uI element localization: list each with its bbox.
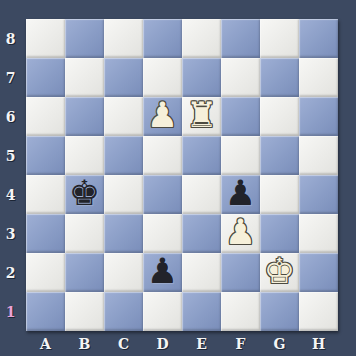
square-e5[interactable] [182, 136, 221, 175]
file-label-g: G [260, 331, 299, 356]
file-label-h: H [299, 331, 338, 356]
square-f3[interactable]: ♟ [221, 214, 260, 253]
square-g5[interactable] [260, 136, 299, 175]
black-pawn[interactable]: ♟ [147, 254, 178, 289]
square-e4[interactable] [182, 175, 221, 214]
chess-board: ♟♜♚♟♟♟♚ [26, 19, 338, 331]
square-g7[interactable] [260, 58, 299, 97]
rank-label-6: 6 [0, 97, 26, 136]
square-g4[interactable] [260, 175, 299, 214]
square-d3[interactable] [143, 214, 182, 253]
square-b4[interactable]: ♚ [65, 175, 104, 214]
square-f5[interactable] [221, 136, 260, 175]
white-pawn[interactable]: ♟ [225, 215, 256, 250]
square-g2[interactable]: ♚ [260, 253, 299, 292]
file-label-d: D [143, 331, 182, 356]
rank-labels: 87654321 [0, 19, 26, 331]
square-h1[interactable] [299, 292, 338, 331]
square-d8[interactable] [143, 19, 182, 58]
square-e6[interactable]: ♜ [182, 97, 221, 136]
square-h7[interactable] [299, 58, 338, 97]
rank-label-8: 8 [0, 19, 26, 58]
square-h6[interactable] [299, 97, 338, 136]
square-h4[interactable] [299, 175, 338, 214]
square-a4[interactable] [26, 175, 65, 214]
square-d1[interactable] [143, 292, 182, 331]
square-e2[interactable] [182, 253, 221, 292]
square-c6[interactable] [104, 97, 143, 136]
square-b1[interactable] [65, 292, 104, 331]
file-label-c: C [104, 331, 143, 356]
file-label-e: E [182, 331, 221, 356]
square-g3[interactable] [260, 214, 299, 253]
square-c4[interactable] [104, 175, 143, 214]
square-h5[interactable] [299, 136, 338, 175]
square-c3[interactable] [104, 214, 143, 253]
rank-label-2: 2 [0, 253, 26, 292]
square-g6[interactable] [260, 97, 299, 136]
square-e7[interactable] [182, 58, 221, 97]
square-h8[interactable] [299, 19, 338, 58]
square-a1[interactable] [26, 292, 65, 331]
square-b8[interactable] [65, 19, 104, 58]
rank-label-5: 5 [0, 136, 26, 175]
square-f2[interactable] [221, 253, 260, 292]
square-e1[interactable] [182, 292, 221, 331]
square-f4[interactable]: ♟ [221, 175, 260, 214]
black-king[interactable]: ♚ [69, 176, 100, 211]
square-f6[interactable] [221, 97, 260, 136]
square-b5[interactable] [65, 136, 104, 175]
square-e8[interactable] [182, 19, 221, 58]
file-label-f: F [221, 331, 260, 356]
square-a6[interactable] [26, 97, 65, 136]
square-b2[interactable] [65, 253, 104, 292]
square-f8[interactable] [221, 19, 260, 58]
square-b3[interactable] [65, 214, 104, 253]
square-g1[interactable] [260, 292, 299, 331]
square-b7[interactable] [65, 58, 104, 97]
square-d7[interactable] [143, 58, 182, 97]
square-a3[interactable] [26, 214, 65, 253]
rank-label-3: 3 [0, 214, 26, 253]
square-b6[interactable] [65, 97, 104, 136]
file-label-b: B [65, 331, 104, 356]
square-c1[interactable] [104, 292, 143, 331]
white-rook[interactable]: ♜ [186, 98, 217, 133]
square-a2[interactable] [26, 253, 65, 292]
file-label-a: A [26, 331, 65, 356]
chess-diagram: ♟♜♚♟♟♟♚ 87654321 ABCDEFGH [0, 0, 356, 356]
rank-label-1: 1 [0, 292, 26, 331]
white-king[interactable]: ♚ [264, 254, 295, 289]
rank-label-4: 4 [0, 175, 26, 214]
square-d4[interactable] [143, 175, 182, 214]
square-g8[interactable] [260, 19, 299, 58]
square-c5[interactable] [104, 136, 143, 175]
square-d2[interactable]: ♟ [143, 253, 182, 292]
square-f7[interactable] [221, 58, 260, 97]
square-a7[interactable] [26, 58, 65, 97]
black-pawn[interactable]: ♟ [225, 176, 256, 211]
square-c8[interactable] [104, 19, 143, 58]
square-a8[interactable] [26, 19, 65, 58]
square-c7[interactable] [104, 58, 143, 97]
square-a5[interactable] [26, 136, 65, 175]
square-f1[interactable] [221, 292, 260, 331]
white-pawn[interactable]: ♟ [147, 98, 178, 133]
file-labels: ABCDEFGH [26, 331, 338, 356]
square-h2[interactable] [299, 253, 338, 292]
rank-label-7: 7 [0, 58, 26, 97]
square-h3[interactable] [299, 214, 338, 253]
square-d6[interactable]: ♟ [143, 97, 182, 136]
square-c2[interactable] [104, 253, 143, 292]
square-e3[interactable] [182, 214, 221, 253]
square-d5[interactable] [143, 136, 182, 175]
